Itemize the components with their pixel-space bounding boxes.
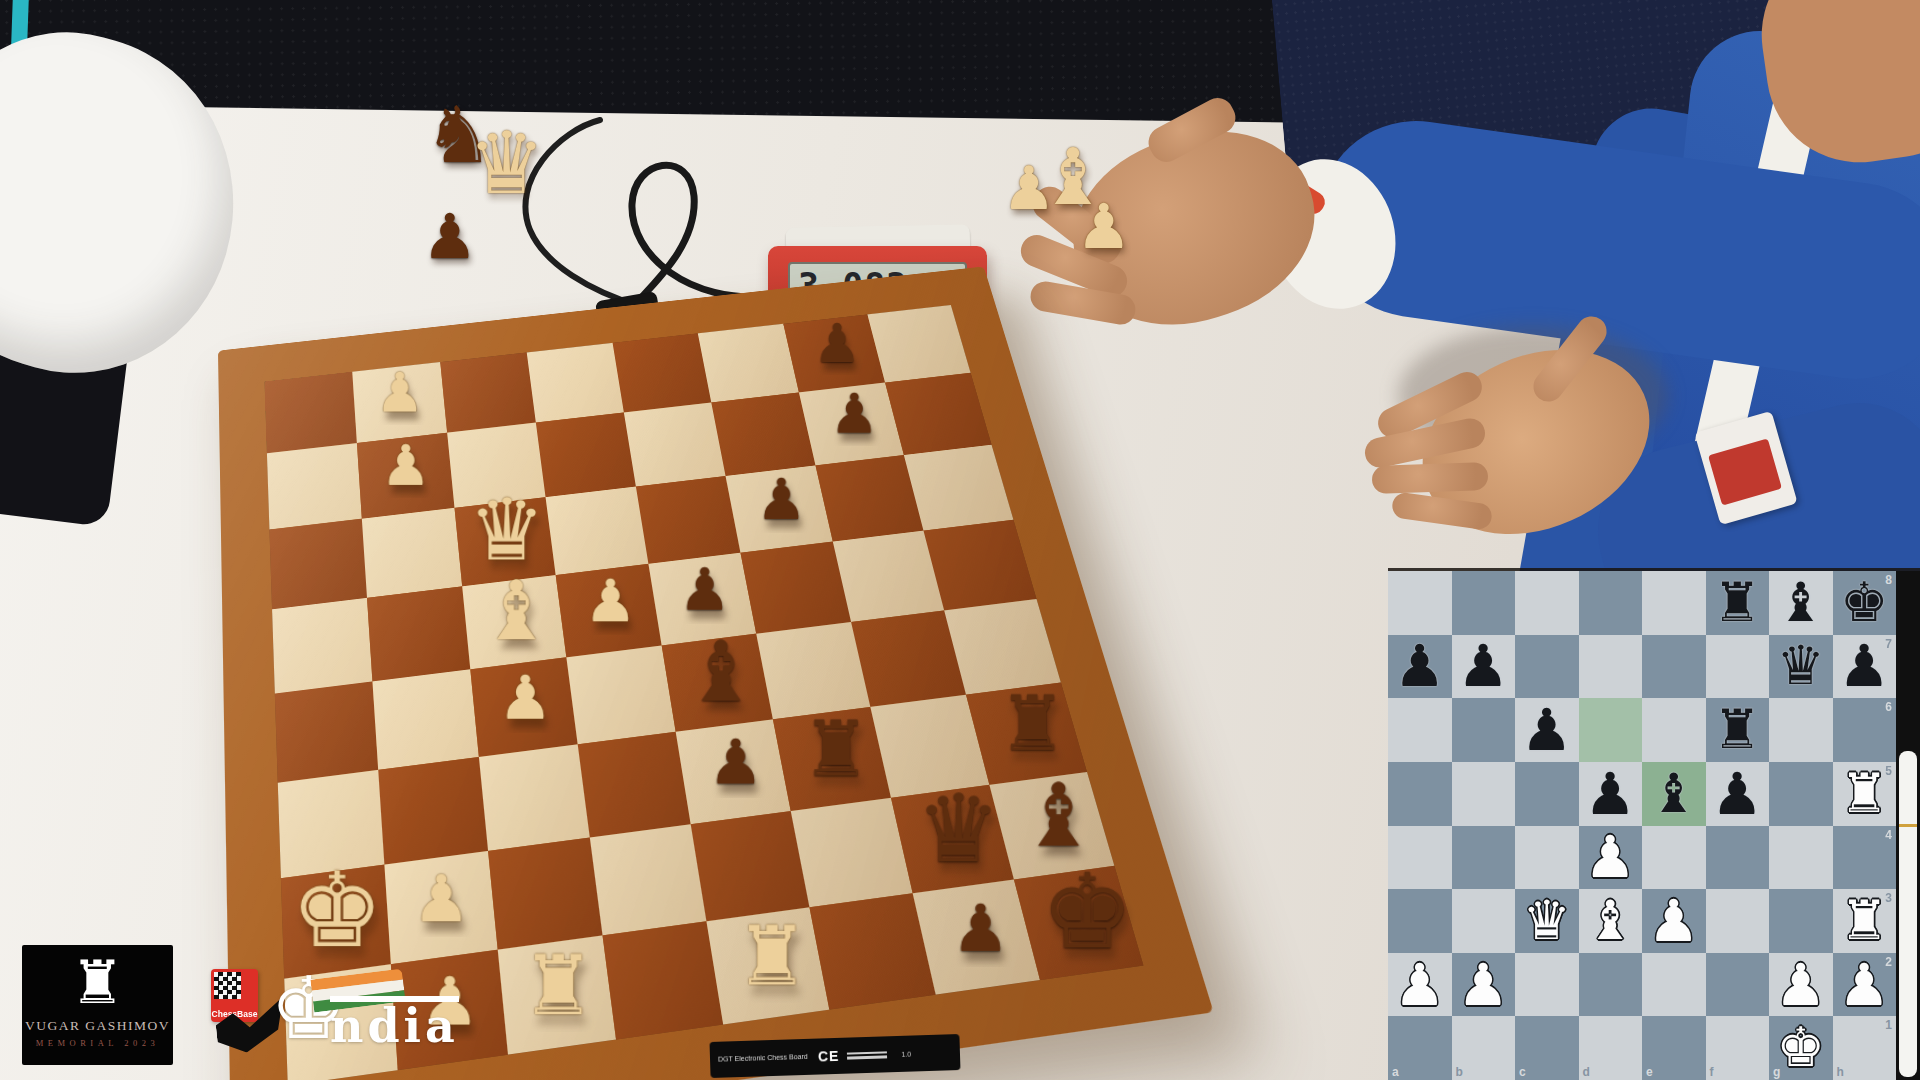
white-pawn-physical: ♟ xyxy=(376,368,425,417)
physical-square-h8: ♚ xyxy=(1014,866,1144,980)
physical-square-c5 xyxy=(636,476,741,564)
physical-square-h3: ♜ xyxy=(497,935,616,1055)
white-queen-physical: ♛ xyxy=(469,492,546,569)
india-brand-text: ndia xyxy=(330,996,459,1049)
black-bishop: ♝ xyxy=(1650,767,1698,821)
square-g8: ♝ xyxy=(1769,571,1833,635)
white-king-physical: ♚ xyxy=(291,865,384,958)
white-bishop-physical: ♝ xyxy=(479,575,552,648)
square-c4 xyxy=(1515,826,1579,890)
square-f4 xyxy=(1706,826,1770,890)
white-pawn-physical: ♟ xyxy=(381,441,431,492)
square-d4: ♟ xyxy=(1579,826,1643,890)
white-rook-physical: ♜ xyxy=(522,949,596,1023)
square-h5: ♜5 xyxy=(1833,762,1897,826)
file-label: f xyxy=(1710,1066,1714,1078)
broadcast-frame: 3.08 2.35 ▶ ● ◀−▶❚＋▶ ♞♛♟ ♟♝♟ ♟♟♟♟♛♟♝♟♟♟♝… xyxy=(0,0,1920,1080)
square-e7 xyxy=(1642,635,1706,699)
physical-square-b4 xyxy=(536,413,636,497)
black-bishop: ♝ xyxy=(1777,576,1825,630)
evaluation-bar-marker xyxy=(1899,824,1917,827)
square-d6 xyxy=(1579,698,1643,762)
square-g4 xyxy=(1769,826,1833,890)
physical-square-a3 xyxy=(440,352,536,432)
physical-square-g3 xyxy=(487,837,602,949)
square-c1: c xyxy=(1515,1016,1579,1080)
square-d1: d xyxy=(1579,1016,1643,1080)
square-c8 xyxy=(1515,571,1579,635)
black-bishop-physical: ♝ xyxy=(1019,777,1097,856)
physical-square-a8 xyxy=(867,305,970,383)
black-pawn-physical: ♟ xyxy=(756,473,807,524)
square-d2 xyxy=(1579,953,1643,1017)
rank-label: 6 xyxy=(1885,701,1892,713)
physical-square-h5: ♜ xyxy=(706,907,829,1024)
square-g1: ♚g xyxy=(1769,1016,1833,1080)
sticker-text: DGT Electronic Chess Board xyxy=(718,1053,810,1064)
square-b1: b xyxy=(1452,1016,1516,1080)
sticker-line xyxy=(847,1055,887,1059)
rank-label: 1 xyxy=(1885,1019,1892,1031)
white-rook: ♜ xyxy=(1840,767,1888,821)
square-c6: ♟ xyxy=(1515,698,1579,762)
square-h7: ♟7 xyxy=(1833,635,1897,699)
physical-square-a5 xyxy=(613,333,712,412)
physical-square-d8 xyxy=(923,520,1036,611)
physical-square-c8 xyxy=(904,444,1014,530)
physical-square-e1 xyxy=(275,681,379,783)
physical-square-g4 xyxy=(589,824,706,935)
physical-square-a1 xyxy=(265,372,358,454)
broadcast-board-overlay: ♜♝♚8♟♟♛♟7♟♜6♟♝♟♜5♟4♛♝♟♜3♟♟♟♟2abcdef♚g1h xyxy=(1388,571,1920,1080)
black-pawn-physical: ♟ xyxy=(708,735,764,791)
physical-square-h4 xyxy=(602,921,723,1040)
physical-square-d4: ♟ xyxy=(555,564,661,658)
square-f2 xyxy=(1706,953,1770,1017)
physical-square-b8 xyxy=(885,373,992,455)
square-f5: ♟ xyxy=(1706,762,1770,826)
light-queen-captured: ♛ xyxy=(468,120,545,206)
square-d8 xyxy=(1579,571,1643,635)
square-g5 xyxy=(1769,762,1833,826)
square-a8 xyxy=(1388,571,1452,635)
white-pawn-physical: ♟ xyxy=(584,574,637,627)
square-d5: ♟ xyxy=(1579,762,1643,826)
evaluation-bar xyxy=(1896,571,1920,1080)
event-name: VUGAR GASHIMOV xyxy=(25,1018,170,1034)
square-a5 xyxy=(1388,762,1452,826)
physical-square-a2: ♟ xyxy=(352,362,446,443)
physical-square-f5: ♟ xyxy=(676,720,791,824)
sticker-version: 1.0 xyxy=(901,1050,911,1057)
rank-label: 4 xyxy=(1885,829,1892,841)
physical-square-e5: ♝ xyxy=(662,634,774,732)
square-a1: a xyxy=(1388,1016,1452,1080)
evaluation-bar-white xyxy=(1899,751,1917,1077)
physical-square-e2 xyxy=(373,669,479,770)
square-h3: ♜3 xyxy=(1833,889,1897,953)
finger xyxy=(1372,462,1489,494)
physical-square-a4 xyxy=(526,343,623,423)
physical-board-grid: ♟♟♟♟♛♟♝♟♟♟♝♟♜♜♚♟♛♝♟♜♜♟♚ xyxy=(265,305,1144,1080)
physical-square-b5 xyxy=(624,403,726,487)
square-h8: ♚8 xyxy=(1833,571,1897,635)
physical-square-d3: ♝ xyxy=(462,575,566,669)
file-label: b xyxy=(1456,1066,1463,1078)
physical-square-e3: ♟ xyxy=(470,657,578,757)
square-d3: ♝ xyxy=(1579,889,1643,953)
rank-label: 2 xyxy=(1885,956,1892,968)
white-pawn: ♟ xyxy=(1457,956,1509,1014)
dark-pawn-captured: ♟ xyxy=(422,206,478,268)
square-e8 xyxy=(1642,571,1706,635)
physical-square-b2: ♟ xyxy=(357,433,454,518)
file-label: a xyxy=(1392,1066,1399,1078)
black-king-physical: ♚ xyxy=(1041,867,1134,960)
square-f7 xyxy=(1706,635,1770,699)
square-b2: ♟ xyxy=(1452,953,1516,1017)
black-pawn: ♟ xyxy=(1838,637,1890,695)
file-label: e xyxy=(1646,1066,1653,1078)
black-pawn: ♟ xyxy=(1711,765,1763,823)
physical-square-b1 xyxy=(267,443,362,529)
square-h2: ♟2 xyxy=(1833,953,1897,1017)
square-e6 xyxy=(1642,698,1706,762)
square-e5: ♝ xyxy=(1642,762,1706,826)
event-logo: ♜ VUGAR GASHIMOV MEMORIAL 2023 xyxy=(22,945,173,1065)
square-e1: e xyxy=(1642,1016,1706,1080)
black-pawn-physical: ♟ xyxy=(951,899,1010,958)
file-label: d xyxy=(1583,1066,1590,1078)
white-king: ♚ xyxy=(1777,1021,1825,1075)
file-label: g xyxy=(1773,1066,1780,1078)
black-rook: ♜ xyxy=(1713,576,1761,630)
square-f3 xyxy=(1706,889,1770,953)
black-pawn: ♟ xyxy=(1584,765,1636,823)
square-g2: ♟ xyxy=(1769,953,1833,1017)
physical-square-g5 xyxy=(691,811,810,922)
black-pawn-physical: ♟ xyxy=(679,563,732,616)
physical-square-f2 xyxy=(379,757,488,864)
file-label: c xyxy=(1519,1066,1526,1078)
physical-square-c6: ♟ xyxy=(726,465,833,552)
light-pawn-captured: ♟ xyxy=(1076,196,1132,258)
square-b8 xyxy=(1452,571,1516,635)
black-pawn-physical: ♟ xyxy=(829,389,878,439)
white-pawn: ♟ xyxy=(1394,956,1446,1014)
rank-label: 7 xyxy=(1885,638,1892,650)
rank-label: 3 xyxy=(1885,892,1892,904)
square-e4 xyxy=(1642,826,1706,890)
ce-mark: CE xyxy=(818,1048,840,1065)
black-king: ♚ xyxy=(1840,576,1888,630)
rank-label: 5 xyxy=(1885,765,1892,777)
square-h4: 4 xyxy=(1833,826,1897,890)
square-b4 xyxy=(1452,826,1516,890)
white-queen: ♛ xyxy=(1523,894,1571,948)
physical-square-g2: ♟ xyxy=(385,850,498,963)
square-h1: 1h xyxy=(1833,1016,1897,1080)
square-g6 xyxy=(1769,698,1833,762)
square-h6: 6 xyxy=(1833,698,1897,762)
event-edition: MEMORIAL 2023 xyxy=(36,1038,160,1048)
square-d7 xyxy=(1579,635,1643,699)
black-pawn: ♟ xyxy=(1394,637,1446,695)
black-pawn-physical: ♟ xyxy=(813,319,861,367)
square-c3: ♛ xyxy=(1515,889,1579,953)
chessbase-logo: ChessBase xyxy=(211,969,258,1022)
square-c7 xyxy=(1515,635,1579,699)
physical-square-d6 xyxy=(741,541,851,633)
physical-square-c4 xyxy=(545,486,648,575)
white-pawn-physical: ♟ xyxy=(413,869,471,927)
black-rook-physical: ♜ xyxy=(998,690,1066,759)
physical-square-b6 xyxy=(712,393,815,476)
square-a3 xyxy=(1388,889,1452,953)
physical-square-d1 xyxy=(272,598,373,694)
physical-square-g7: ♛ xyxy=(890,784,1013,893)
physical-square-f4 xyxy=(577,732,690,837)
physical-square-a6 xyxy=(698,324,798,403)
black-queen-physical: ♛ xyxy=(916,787,1000,872)
white-bishop: ♝ xyxy=(1586,894,1634,948)
white-rook: ♜ xyxy=(1840,894,1888,948)
sticker-line xyxy=(847,1051,887,1055)
square-b3 xyxy=(1452,889,1516,953)
square-g7: ♛ xyxy=(1769,635,1833,699)
square-c5 xyxy=(1515,762,1579,826)
square-g3 xyxy=(1769,889,1833,953)
square-c2 xyxy=(1515,953,1579,1017)
black-pawn: ♟ xyxy=(1521,701,1573,759)
black-bishop-physical: ♝ xyxy=(684,635,759,710)
white-pawn: ♟ xyxy=(1648,892,1700,950)
square-a7: ♟ xyxy=(1388,635,1452,699)
square-a4 xyxy=(1388,826,1452,890)
physical-square-f3 xyxy=(478,745,589,851)
square-b6 xyxy=(1452,698,1516,762)
white-pawn: ♟ xyxy=(1838,956,1890,1014)
square-f1: f xyxy=(1706,1016,1770,1080)
physical-square-d2 xyxy=(367,586,470,681)
checkerboard-icon xyxy=(214,972,241,999)
square-b5 xyxy=(1452,762,1516,826)
black-pawn: ♟ xyxy=(1457,637,1509,695)
square-a2: ♟ xyxy=(1388,953,1452,1017)
physical-square-d7 xyxy=(832,530,944,622)
square-b7: ♟ xyxy=(1452,635,1516,699)
square-f6: ♜ xyxy=(1706,698,1770,762)
white-pawn: ♟ xyxy=(1775,956,1827,1014)
physical-square-e4 xyxy=(566,645,676,744)
physical-square-c1 xyxy=(269,518,367,609)
white-rook-physical: ♜ xyxy=(735,920,808,994)
file-label: h xyxy=(1837,1066,1844,1078)
black-rook-physical: ♜ xyxy=(802,715,871,784)
black-rook: ♜ xyxy=(1713,703,1761,757)
digital-board: ♜♝♚8♟♟♛♟7♟♜6♟♝♟♜5♟4♛♝♟♜3♟♟♟♟2abcdef♚g1h xyxy=(1388,571,1896,1080)
square-a6 xyxy=(1388,698,1452,762)
rook-icon: ♜ xyxy=(71,951,125,1013)
white-pawn: ♟ xyxy=(1584,828,1636,886)
white-pawn-physical: ♟ xyxy=(498,671,552,726)
square-e3: ♟ xyxy=(1642,889,1706,953)
rank-label: 8 xyxy=(1885,574,1892,586)
square-f8: ♜ xyxy=(1706,571,1770,635)
square-e2 xyxy=(1642,953,1706,1017)
physical-square-c2 xyxy=(362,507,462,597)
black-queen: ♛ xyxy=(1777,639,1825,693)
